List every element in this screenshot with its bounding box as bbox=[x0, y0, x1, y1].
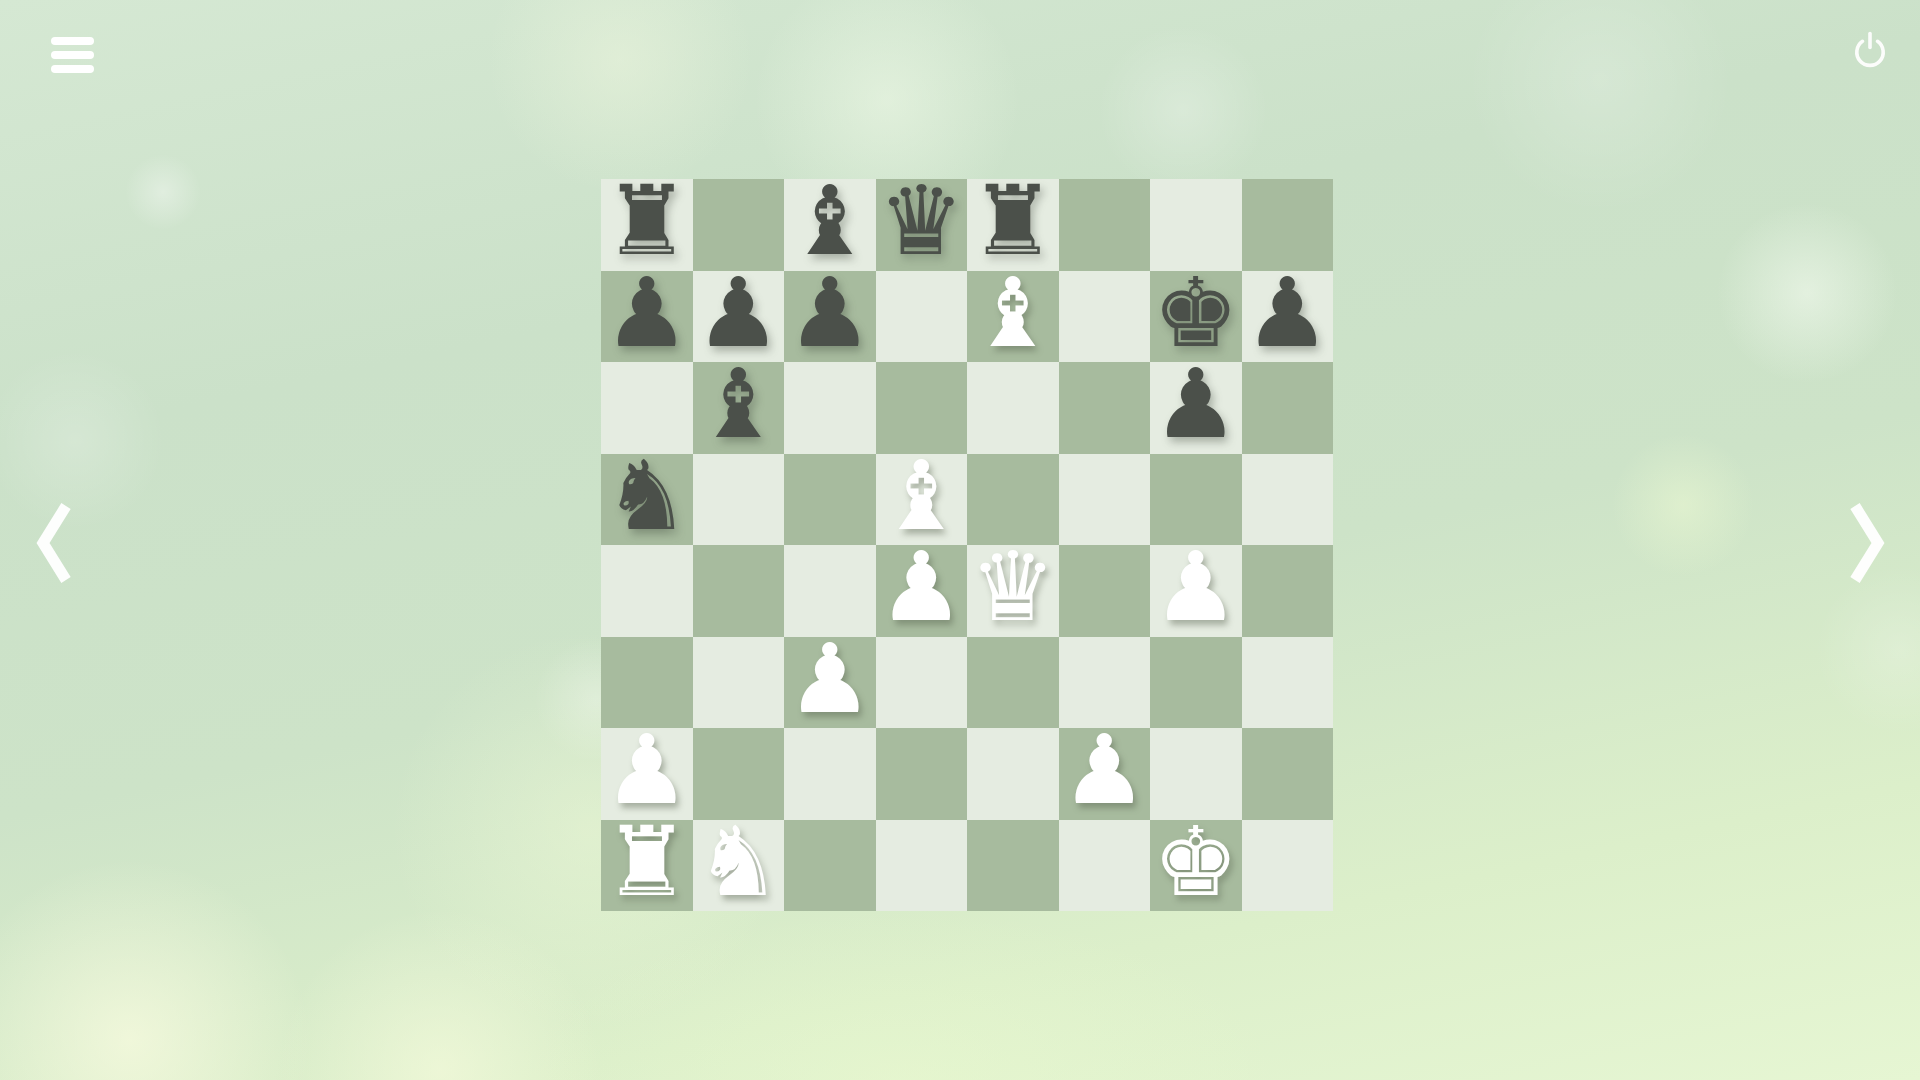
square-f4[interactable] bbox=[1059, 545, 1151, 637]
square-b4[interactable] bbox=[693, 545, 785, 637]
piece-black-pawn[interactable]: ♟ bbox=[787, 268, 873, 360]
square-h5[interactable] bbox=[1242, 454, 1334, 546]
piece-white-pawn[interactable]: ♟ bbox=[878, 542, 964, 634]
power-button[interactable] bbox=[1851, 30, 1889, 70]
square-f2[interactable]: ♟ bbox=[1059, 728, 1151, 820]
square-e4[interactable]: ♛ bbox=[967, 545, 1059, 637]
piece-black-pawn[interactable]: ♟ bbox=[1153, 359, 1239, 451]
square-c6[interactable] bbox=[784, 362, 876, 454]
square-g1[interactable]: ♚ bbox=[1150, 820, 1242, 912]
piece-black-rook[interactable]: ♜ bbox=[970, 176, 1056, 268]
previous-puzzle-button[interactable] bbox=[35, 501, 73, 585]
piece-white-pawn[interactable]: ♟ bbox=[1061, 725, 1147, 817]
piece-white-bishop[interactable]: ♝ bbox=[970, 268, 1056, 360]
square-c3[interactable]: ♟ bbox=[784, 637, 876, 729]
piece-white-bishop[interactable]: ♝ bbox=[878, 451, 964, 543]
bokeh-circle bbox=[1712, 198, 1902, 388]
square-h4[interactable] bbox=[1242, 545, 1334, 637]
square-e7[interactable]: ♝ bbox=[967, 271, 1059, 363]
piece-black-bishop[interactable]: ♝ bbox=[695, 359, 781, 451]
piece-black-pawn[interactable]: ♟ bbox=[604, 268, 690, 360]
square-d2[interactable] bbox=[876, 728, 968, 820]
piece-black-king[interactable]: ♚ bbox=[1153, 268, 1239, 360]
square-d4[interactable]: ♟ bbox=[876, 545, 968, 637]
piece-white-pawn[interactable]: ♟ bbox=[604, 725, 690, 817]
square-g6[interactable]: ♟ bbox=[1150, 362, 1242, 454]
piece-white-pawn[interactable]: ♟ bbox=[1153, 542, 1239, 634]
square-f7[interactable] bbox=[1059, 271, 1151, 363]
bokeh-circle bbox=[123, 152, 203, 232]
square-h6[interactable] bbox=[1242, 362, 1334, 454]
piece-white-rook[interactable]: ♜ bbox=[604, 817, 690, 909]
bokeh-circle bbox=[1608, 430, 1758, 580]
piece-white-pawn[interactable]: ♟ bbox=[787, 634, 873, 726]
next-puzzle-button[interactable] bbox=[1848, 501, 1886, 585]
menu-button[interactable] bbox=[51, 37, 94, 73]
piece-white-king[interactable]: ♚ bbox=[1153, 817, 1239, 909]
square-g4[interactable]: ♟ bbox=[1150, 545, 1242, 637]
bokeh-circle bbox=[1810, 560, 1920, 740]
square-h1[interactable] bbox=[1242, 820, 1334, 912]
square-g3[interactable] bbox=[1150, 637, 1242, 729]
square-b1[interactable]: ♞ bbox=[693, 820, 785, 912]
chevron-right-icon bbox=[1848, 501, 1886, 585]
piece-black-rook[interactable]: ♜ bbox=[604, 176, 690, 268]
hamburger-menu-icon bbox=[51, 37, 94, 73]
square-c1[interactable] bbox=[784, 820, 876, 912]
square-d8[interactable]: ♛ bbox=[876, 179, 968, 271]
piece-black-queen[interactable]: ♛ bbox=[878, 176, 964, 268]
square-e3[interactable] bbox=[967, 637, 1059, 729]
piece-black-pawn[interactable]: ♟ bbox=[1244, 268, 1330, 360]
chess-board: ♜♝♛♜♟♟♟♝♚♟♝♟♞♝♟♛♟♟♟♟♜♞♚ bbox=[601, 179, 1333, 911]
square-a7[interactable]: ♟ bbox=[601, 271, 693, 363]
square-d7[interactable] bbox=[876, 271, 968, 363]
bokeh-circle bbox=[1460, 0, 1740, 220]
square-h7[interactable]: ♟ bbox=[1242, 271, 1334, 363]
square-a4[interactable] bbox=[601, 545, 693, 637]
square-c5[interactable] bbox=[784, 454, 876, 546]
square-d3[interactable] bbox=[876, 637, 968, 729]
square-b3[interactable] bbox=[693, 637, 785, 729]
chevron-left-icon bbox=[35, 501, 73, 585]
square-f8[interactable] bbox=[1059, 179, 1151, 271]
power-icon bbox=[1851, 30, 1889, 70]
square-d1[interactable] bbox=[876, 820, 968, 912]
piece-black-knight[interactable]: ♞ bbox=[604, 451, 690, 543]
square-f1[interactable] bbox=[1059, 820, 1151, 912]
piece-black-pawn[interactable]: ♟ bbox=[695, 268, 781, 360]
square-b6[interactable]: ♝ bbox=[693, 362, 785, 454]
square-a5[interactable]: ♞ bbox=[601, 454, 693, 546]
square-e6[interactable] bbox=[967, 362, 1059, 454]
square-a1[interactable]: ♜ bbox=[601, 820, 693, 912]
square-c7[interactable]: ♟ bbox=[784, 271, 876, 363]
square-c2[interactable] bbox=[784, 728, 876, 820]
piece-white-knight[interactable]: ♞ bbox=[695, 817, 781, 909]
square-h2[interactable] bbox=[1242, 728, 1334, 820]
square-e2[interactable] bbox=[967, 728, 1059, 820]
piece-black-bishop[interactable]: ♝ bbox=[787, 176, 873, 268]
square-f5[interactable] bbox=[1059, 454, 1151, 546]
piece-white-queen[interactable]: ♛ bbox=[970, 542, 1056, 634]
square-b5[interactable] bbox=[693, 454, 785, 546]
bokeh-circle bbox=[1093, 20, 1273, 200]
square-h3[interactable] bbox=[1242, 637, 1334, 729]
bokeh-circle bbox=[0, 345, 170, 535]
square-e1[interactable] bbox=[967, 820, 1059, 912]
square-f6[interactable] bbox=[1059, 362, 1151, 454]
